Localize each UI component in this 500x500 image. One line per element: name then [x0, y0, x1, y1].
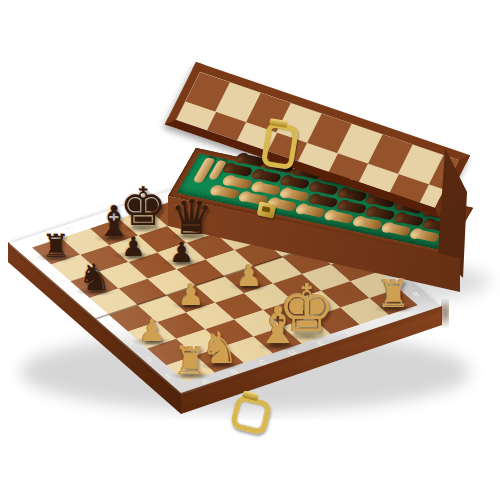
light-tray-piece: [296, 204, 326, 218]
light-tray-piece: [211, 185, 241, 199]
tray-piece-base: [221, 174, 238, 187]
light-tray-piece: [353, 216, 383, 230]
light-tray-piece: [382, 222, 412, 236]
light-tray-piece: [325, 210, 355, 224]
board-side-right: [442, 302, 448, 325]
light-tray-piece: [411, 229, 441, 243]
product-photo-stage: 1122334455667788AABBCCDDEEFFGGHH ♜♝♚♛♟♟♞…: [0, 0, 500, 500]
tray-piece-base: [208, 184, 225, 197]
